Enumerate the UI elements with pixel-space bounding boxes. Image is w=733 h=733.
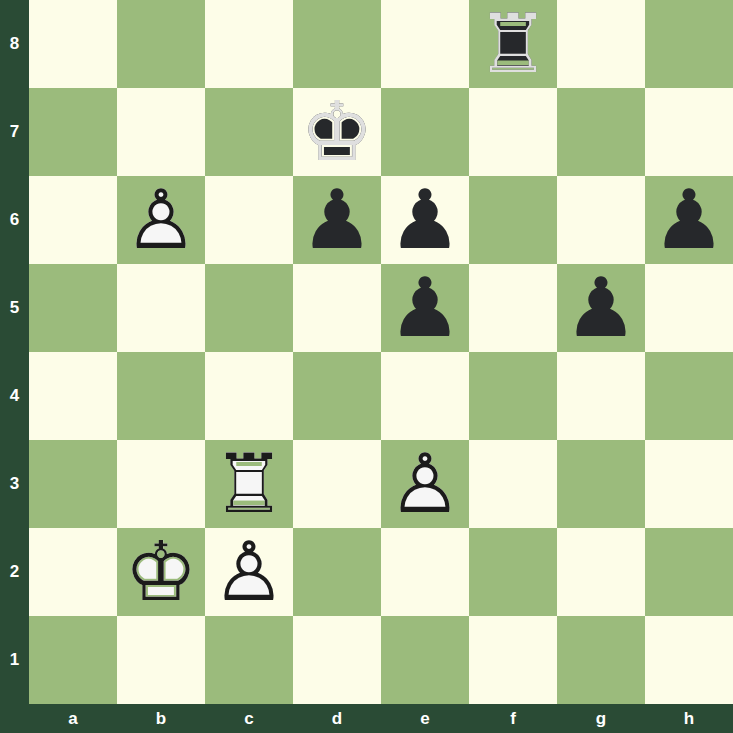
rank-label-4: 4 xyxy=(0,352,29,440)
black-pawn-glyph-fill: ♟ xyxy=(557,264,645,352)
square-h7[interactable] xyxy=(645,88,733,176)
chess-board-frame: 87654321 ♜♖♚♔♟♙♟♟♟♟♟♜♖♟♙♚♔♟♙ abcdefgh xyxy=(0,0,733,733)
square-a8[interactable] xyxy=(29,0,117,88)
rank-label-7: 7 xyxy=(0,88,29,176)
square-f1[interactable] xyxy=(469,616,557,704)
square-d3[interactable] xyxy=(293,440,381,528)
black-rook-glyph-outline: ♖ xyxy=(469,0,557,88)
square-d4[interactable] xyxy=(293,352,381,440)
square-a5[interactable] xyxy=(29,264,117,352)
white-pawn-glyph-outline: ♙ xyxy=(205,528,293,616)
square-c3[interactable]: ♜♖ xyxy=(205,440,293,528)
square-c2[interactable]: ♟♙ xyxy=(205,528,293,616)
square-b2[interactable]: ♚♔ xyxy=(117,528,205,616)
piece-white-pawn-c2[interactable]: ♟♙ xyxy=(205,528,293,616)
file-label-f: f xyxy=(469,704,557,733)
square-d1[interactable] xyxy=(293,616,381,704)
square-f3[interactable] xyxy=(469,440,557,528)
square-b5[interactable] xyxy=(117,264,205,352)
square-a4[interactable] xyxy=(29,352,117,440)
file-label-e: e xyxy=(381,704,469,733)
square-c5[interactable] xyxy=(205,264,293,352)
file-label-g: g xyxy=(557,704,645,733)
piece-white-rook-c3[interactable]: ♜♖ xyxy=(205,440,293,528)
file-label-c: c xyxy=(205,704,293,733)
white-king-glyph-outline: ♔ xyxy=(117,528,205,616)
square-b8[interactable] xyxy=(117,0,205,88)
square-a2[interactable] xyxy=(29,528,117,616)
square-g1[interactable] xyxy=(557,616,645,704)
piece-black-king-d7[interactable]: ♚♔ xyxy=(293,88,381,176)
rank-coordinates: 87654321 xyxy=(0,0,29,704)
file-label-h: h xyxy=(645,704,733,733)
square-g4[interactable] xyxy=(557,352,645,440)
square-h8[interactable] xyxy=(645,0,733,88)
square-f5[interactable] xyxy=(469,264,557,352)
black-pawn-glyph-fill: ♟ xyxy=(381,264,469,352)
square-h5[interactable] xyxy=(645,264,733,352)
square-e7[interactable] xyxy=(381,88,469,176)
square-d2[interactable] xyxy=(293,528,381,616)
square-f7[interactable] xyxy=(469,88,557,176)
rank-label-2: 2 xyxy=(0,528,29,616)
square-b7[interactable] xyxy=(117,88,205,176)
chess-board[interactable]: ♜♖♚♔♟♙♟♟♟♟♟♜♖♟♙♚♔♟♙ xyxy=(29,0,733,704)
black-king-glyph-outline: ♔ xyxy=(293,88,381,176)
square-h2[interactable] xyxy=(645,528,733,616)
square-h4[interactable] xyxy=(645,352,733,440)
square-e1[interactable] xyxy=(381,616,469,704)
rank-label-1: 1 xyxy=(0,616,29,704)
square-f2[interactable] xyxy=(469,528,557,616)
square-f4[interactable] xyxy=(469,352,557,440)
piece-white-pawn-b6[interactable]: ♟♙ xyxy=(117,176,205,264)
square-b6[interactable]: ♟♙ xyxy=(117,176,205,264)
square-e5[interactable]: ♟ xyxy=(381,264,469,352)
square-d5[interactable] xyxy=(293,264,381,352)
piece-black-pawn-e6[interactable]: ♟ xyxy=(381,176,469,264)
square-b3[interactable] xyxy=(117,440,205,528)
square-h1[interactable] xyxy=(645,616,733,704)
file-label-b: b xyxy=(117,704,205,733)
square-a1[interactable] xyxy=(29,616,117,704)
square-h3[interactable] xyxy=(645,440,733,528)
square-c4[interactable] xyxy=(205,352,293,440)
black-pawn-glyph-fill: ♟ xyxy=(381,176,469,264)
square-g7[interactable] xyxy=(557,88,645,176)
square-b1[interactable] xyxy=(117,616,205,704)
square-e6[interactable]: ♟ xyxy=(381,176,469,264)
square-g3[interactable] xyxy=(557,440,645,528)
square-c7[interactable] xyxy=(205,88,293,176)
rank-label-5: 5 xyxy=(0,264,29,352)
file-label-d: d xyxy=(293,704,381,733)
square-c1[interactable] xyxy=(205,616,293,704)
square-f6[interactable] xyxy=(469,176,557,264)
rank-label-3: 3 xyxy=(0,440,29,528)
square-c6[interactable] xyxy=(205,176,293,264)
square-h6[interactable]: ♟ xyxy=(645,176,733,264)
piece-black-pawn-e5[interactable]: ♟ xyxy=(381,264,469,352)
rank-label-8: 8 xyxy=(0,0,29,88)
square-g8[interactable] xyxy=(557,0,645,88)
square-g6[interactable] xyxy=(557,176,645,264)
square-a7[interactable] xyxy=(29,88,117,176)
square-d7[interactable]: ♚♔ xyxy=(293,88,381,176)
piece-white-king-b2[interactable]: ♚♔ xyxy=(117,528,205,616)
square-e2[interactable] xyxy=(381,528,469,616)
black-pawn-glyph-fill: ♟ xyxy=(645,176,733,264)
square-e8[interactable] xyxy=(381,0,469,88)
piece-black-pawn-d6[interactable]: ♟ xyxy=(293,176,381,264)
square-b4[interactable] xyxy=(117,352,205,440)
square-f8[interactable]: ♜♖ xyxy=(469,0,557,88)
square-d8[interactable] xyxy=(293,0,381,88)
square-a6[interactable] xyxy=(29,176,117,264)
square-g2[interactable] xyxy=(557,528,645,616)
square-d6[interactable]: ♟ xyxy=(293,176,381,264)
file-label-a: a xyxy=(29,704,117,733)
white-rook-glyph-outline: ♖ xyxy=(205,440,293,528)
square-e3[interactable]: ♟♙ xyxy=(381,440,469,528)
white-pawn-glyph-outline: ♙ xyxy=(381,440,469,528)
square-c8[interactable] xyxy=(205,0,293,88)
square-e4[interactable] xyxy=(381,352,469,440)
square-g5[interactable]: ♟ xyxy=(557,264,645,352)
piece-black-pawn-g5[interactable]: ♟ xyxy=(557,264,645,352)
piece-black-rook-f8[interactable]: ♜♖ xyxy=(469,0,557,88)
square-a3[interactable] xyxy=(29,440,117,528)
file-coordinates: abcdefgh xyxy=(29,704,733,733)
white-pawn-glyph-outline: ♙ xyxy=(117,176,205,264)
black-pawn-glyph-fill: ♟ xyxy=(293,176,381,264)
piece-white-pawn-e3[interactable]: ♟♙ xyxy=(381,440,469,528)
rank-label-6: 6 xyxy=(0,176,29,264)
piece-black-pawn-h6[interactable]: ♟ xyxy=(645,176,733,264)
